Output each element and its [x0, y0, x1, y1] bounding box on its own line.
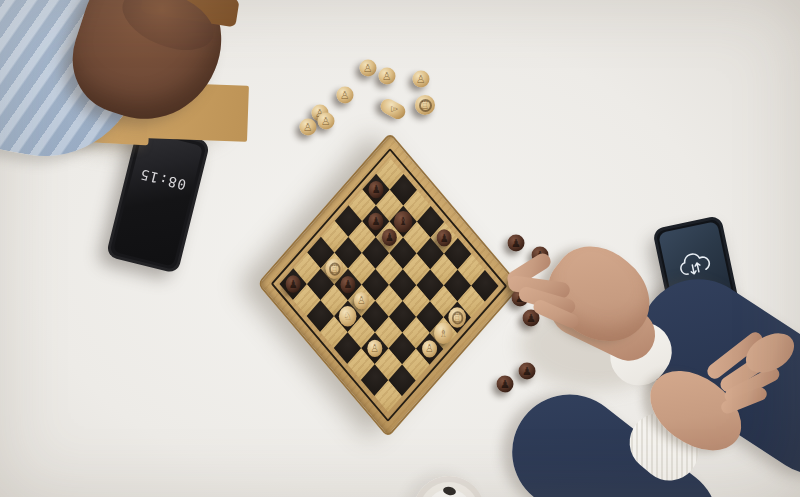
piece-glyph: ♙: [303, 122, 313, 133]
piece-glyph: ♙: [321, 116, 331, 127]
light-pawn[interactable]: ♙: [337, 87, 354, 104]
light-pawn[interactable]: ♙: [378, 96, 408, 121]
piece-glyph: ♟: [511, 238, 521, 249]
piece-glyph: ♙: [388, 105, 397, 113]
piece-glyph: ♙: [363, 63, 373, 74]
piece-glyph: ♖: [420, 100, 430, 111]
light-pawn[interactable]: ♙: [413, 71, 430, 88]
phone-clock: 08:15: [131, 164, 195, 195]
cloud-sync-icon: [676, 249, 715, 282]
dark-pawn[interactable]: ♟: [497, 376, 514, 393]
piece-glyph: ♙: [416, 74, 426, 85]
light-pawn[interactable]: ♙: [360, 60, 377, 77]
piece-glyph: ♙: [382, 71, 392, 82]
dark-pawn[interactable]: ♟: [519, 363, 536, 380]
piece-glyph: ♟: [522, 366, 532, 377]
piece-glyph: ♟: [526, 313, 536, 324]
piece-glyph: ♟: [500, 379, 510, 390]
light-rook[interactable]: ♖: [415, 95, 435, 115]
light-pawn[interactable]: ♙: [318, 113, 335, 130]
cup-sip-hole: [442, 486, 456, 497]
light-pawn[interactable]: ♙: [379, 68, 396, 85]
tabletop-scene: ♟♟♝♟♟♖♗♙♖♟♙♘♙♟ ♙♙♙♙♖♙♙♙♙♙♟♟♟♟♟♟ 08:15 Cl…: [0, 0, 800, 497]
piece-glyph: ♙: [340, 90, 350, 101]
dark-pawn[interactable]: ♟: [508, 235, 525, 252]
light-pawn[interactable]: ♙: [300, 119, 317, 136]
